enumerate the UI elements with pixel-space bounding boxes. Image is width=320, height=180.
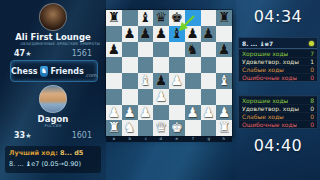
square-h2[interactable]: ♟ [216, 105, 232, 121]
stat-value: 0 [310, 113, 314, 120]
square-d4[interactable]: ♟ [153, 73, 169, 89]
avatar[interactable] [39, 85, 67, 113]
square-d8[interactable]: ♛ [153, 10, 169, 26]
stat-label: Ошибочные ходы [242, 74, 297, 81]
piece-black-pawn: ♟ [108, 42, 120, 58]
stat-value: 0 [310, 105, 314, 112]
square-h1[interactable]: ♜ [216, 120, 232, 136]
left-sidebar: Ali First Lounge ОБЪЕДИНЕННЫЕ АРАБСКИЕ Э… [0, 0, 106, 180]
square-f8[interactable] [185, 10, 201, 26]
square-e2[interactable] [169, 105, 185, 121]
chess-board: ♜♝♛♚♜♟♟♟♝♟♟♟♞♟♝♟♟♝♟♟♟♟♟♟♟♜♞♛♚♜ abcdefgh [106, 10, 232, 142]
file-label-b: b [124, 137, 135, 141]
stat-label: Хорошие ходы [242, 97, 288, 104]
file-label-c: c [140, 137, 151, 141]
square-a8[interactable]: ♜ [106, 10, 122, 26]
file-label-d: d [156, 137, 167, 141]
square-b3[interactable] [122, 89, 138, 105]
logo-text-com: .com [85, 72, 97, 81]
chessfriends-logo[interactable]: Chess ♞ Friends .com [10, 60, 98, 82]
piece-black-bishop: ♝ [139, 10, 151, 26]
square-d3[interactable]: ♟ [153, 89, 169, 105]
best-move-value: 8... d5 [60, 149, 83, 157]
piece-black-pawn: ♟ [124, 26, 136, 42]
piece-white-bishop: ♝ [139, 73, 151, 89]
right-sidebar: 04:34 8. ... ♝e7 Хорошие ходы7Удовлетвор… [236, 0, 320, 180]
square-e3[interactable] [169, 89, 185, 105]
square-h6[interactable]: ♟ [216, 42, 232, 58]
square-f5[interactable] [185, 57, 201, 73]
square-g3[interactable] [201, 89, 217, 105]
square-e4[interactable]: ♟ [169, 73, 185, 89]
star-icon: ★ [25, 132, 31, 140]
piece-black-pawn: ♟ [139, 26, 151, 42]
piece-black-knight: ♞ [187, 42, 199, 58]
player-rating: 1601 [72, 131, 92, 140]
square-b6[interactable] [122, 42, 138, 58]
board-grid: ♜♝♛♚♜♟♟♟♝♟♟♟♞♟♝♟♟♝♟♟♟♟♟♟♟♜♞♛♚♜ [106, 10, 232, 136]
square-h8[interactable]: ♜ [216, 10, 232, 26]
square-h7[interactable] [216, 26, 232, 42]
player-stats-row: 47★ 1561 [0, 48, 106, 58]
piece-white-pawn: ♟ [202, 105, 214, 121]
stat-value: 8 [310, 97, 314, 104]
piece-black-pawn: ♟ [155, 26, 167, 42]
piece-white-pawn: ♟ [155, 89, 167, 105]
star-count: 47★ [14, 49, 31, 58]
square-c8[interactable]: ♝ [138, 10, 154, 26]
white-stat-rows: Хорошие ходы8Удовлетвор. ходы0Слабые ход… [239, 96, 317, 128]
best-move-line: Лучший ход: 8... d5 [9, 148, 97, 159]
piece-black-king: ♚ [171, 10, 183, 26]
stat-value: 0 [310, 74, 314, 81]
player-country: ОБЪЕДИНЕННЫЕ АРАБСКИЕ ЭМИРАТЫ [20, 42, 86, 46]
file-label-a: a [109, 137, 120, 141]
square-g6[interactable] [201, 42, 217, 58]
app-window: Ali First Lounge ОБЪЕДИНЕННЫЕ АРАБСКИЕ Э… [0, 0, 320, 180]
stat-label: Слабые ходы [242, 113, 284, 120]
piece-black-rook: ♜ [108, 10, 120, 26]
file-label-h: h [219, 137, 230, 141]
square-b8[interactable] [122, 10, 138, 26]
piece-black-queen: ♛ [155, 10, 167, 26]
square-d5[interactable] [153, 57, 169, 73]
square-c1[interactable] [138, 120, 154, 136]
logo-text-friends: Friends [50, 67, 83, 76]
square-b5[interactable] [122, 57, 138, 73]
shield-knight-icon: ♞ [40, 66, 49, 77]
square-d7[interactable]: ♟ [153, 26, 169, 42]
square-c2[interactable]: ♟ [138, 105, 154, 121]
star-count: 33★ [14, 131, 31, 140]
square-h4[interactable]: ♝ [216, 73, 232, 89]
player-card-black: Ali First Lounge ОБЪЕДИНЕННЫЕ АРАБСКИЕ Э… [0, 3, 106, 58]
played-move-eval: 8. ... ♝e7 (0.05→0.90) [9, 159, 97, 170]
square-c4[interactable]: ♝ [138, 73, 154, 89]
piece-white-pawn: ♟ [218, 105, 230, 121]
square-f7[interactable]: ♟ [185, 26, 201, 42]
square-b2[interactable]: ♟ [122, 105, 138, 121]
piece-white-queen: ♛ [155, 120, 167, 136]
player-stats-row: 33★ 1601 [0, 130, 106, 140]
black-last-move-text: 8. ... ♝e7 [242, 40, 273, 47]
stat-row-sat: Удовлетвор. ходы1 [239, 57, 317, 65]
stat-row-good: Хорошие ходы8 [239, 96, 317, 104]
stat-label: Удовлетвор. ходы [242, 105, 299, 112]
piece-white-rook: ♜ [108, 120, 120, 136]
piece-white-king: ♚ [171, 120, 183, 136]
square-c6[interactable] [138, 42, 154, 58]
square-c7[interactable]: ♟ [138, 26, 154, 42]
square-d6[interactable] [153, 42, 169, 58]
square-e7[interactable]: ♝ [169, 26, 185, 42]
square-a4[interactable] [106, 73, 122, 89]
file-label-f: f [187, 137, 198, 141]
square-a7[interactable] [106, 26, 122, 42]
stat-label: Ошибочные ходы [242, 121, 297, 128]
square-e8[interactable]: ♚ [169, 10, 185, 26]
stat-row-weak: Слабые ходы0 [239, 112, 317, 120]
square-f2[interactable]: ♟ [185, 105, 201, 121]
piece-white-bishop: ♝ [218, 73, 230, 89]
piece-black-rook: ♜ [218, 10, 230, 26]
square-h5[interactable] [216, 57, 232, 73]
square-f6[interactable]: ♞ [185, 42, 201, 58]
stat-row-weak: Слабые ходы0 [239, 65, 317, 73]
stat-label: Удовлетвор. ходы [242, 58, 299, 65]
square-g1[interactable] [201, 120, 217, 136]
square-a2[interactable]: ♟ [106, 105, 122, 121]
white-clock: 04:40 [236, 135, 320, 157]
square-g5[interactable] [201, 57, 217, 73]
black-last-move-header: 8. ... ♝e7 [239, 38, 317, 49]
piece-white-pawn: ♟ [171, 73, 183, 89]
piece-white-rook: ♜ [218, 120, 230, 136]
square-e1[interactable]: ♚ [169, 120, 185, 136]
stat-value: 0 [310, 66, 314, 73]
square-c5[interactable] [138, 57, 154, 73]
player-rating: 1561 [72, 49, 92, 58]
square-g8[interactable] [201, 10, 217, 26]
piece-black-pawn: ♟ [202, 26, 214, 42]
piece-black-pawn: ♟ [155, 73, 167, 89]
best-move-label: Лучший ход: [9, 149, 58, 157]
square-e6[interactable] [169, 42, 185, 58]
stat-row-good: Хорошие ходы7 [239, 49, 317, 57]
piece-black-pawn: ♟ [218, 42, 230, 58]
black-move-stats-panel: 8. ... ♝e7 Хорошие ходы7Удовлетвор. ходы… [238, 37, 318, 82]
piece-black-bishop: ♝ [171, 26, 183, 42]
stat-row-bad: Ошибочные ходы0 [239, 73, 317, 81]
square-b4[interactable] [122, 73, 138, 89]
file-label-g: g [203, 137, 214, 141]
stat-value: 0 [310, 121, 314, 128]
square-d1[interactable]: ♛ [153, 120, 169, 136]
stat-label: Хорошие ходы [242, 50, 288, 57]
square-f1[interactable] [185, 120, 201, 136]
piece-white-pawn: ♟ [139, 105, 151, 121]
square-f4[interactable] [185, 73, 201, 89]
square-a6[interactable]: ♟ [106, 42, 122, 58]
black-clock: 04:34 [236, 6, 320, 28]
analysis-box: Лучший ход: 8... d5 8. ... ♝e7 (0.05→0.9… [5, 146, 101, 173]
player-card-white: Dagon РОССИЯ 33★ 1601 [0, 85, 106, 140]
square-b7[interactable]: ♟ [122, 26, 138, 42]
stat-row-bad: Ошибочные ходы0 [239, 120, 317, 128]
piece-white-pawn: ♟ [108, 105, 120, 121]
square-a1[interactable]: ♜ [106, 120, 122, 136]
square-c3[interactable] [138, 89, 154, 105]
square-f3[interactable] [185, 89, 201, 105]
stat-value: 1 [310, 58, 314, 65]
piece-white-pawn: ♟ [187, 105, 199, 121]
piece-white-pawn: ♟ [124, 105, 136, 121]
square-a3[interactable] [106, 89, 122, 105]
stat-value: 7 [310, 50, 314, 57]
square-h3[interactable] [216, 89, 232, 105]
square-g7[interactable]: ♟ [201, 26, 217, 42]
file-label-e: e [172, 137, 183, 141]
star-icon: ★ [25, 50, 31, 58]
logo-text-chess: Chess [11, 67, 38, 76]
stat-row-sat: Удовлетвор. ходы0 [239, 104, 317, 112]
black-stat-rows: Хорошие ходы7Удовлетвор. ходы1Слабые ход… [239, 49, 317, 81]
square-a5[interactable] [106, 57, 122, 73]
white-move-stats-panel: Хорошие ходы8Удовлетвор. ходы0Слабые ход… [238, 95, 318, 129]
square-b1[interactable]: ♞ [122, 120, 138, 136]
square-g2[interactable]: ♟ [201, 105, 217, 121]
square-e5[interactable] [169, 57, 185, 73]
square-d2[interactable] [153, 105, 169, 121]
avatar[interactable] [39, 3, 67, 31]
file-coordinates: abcdefgh [106, 136, 232, 142]
stat-label: Слабые ходы [242, 66, 284, 73]
piece-white-knight: ♞ [124, 120, 136, 136]
player-country: РОССИЯ [20, 124, 86, 128]
move-quality-dot [309, 41, 314, 46]
piece-black-pawn: ♟ [187, 26, 199, 42]
square-g4[interactable] [201, 73, 217, 89]
